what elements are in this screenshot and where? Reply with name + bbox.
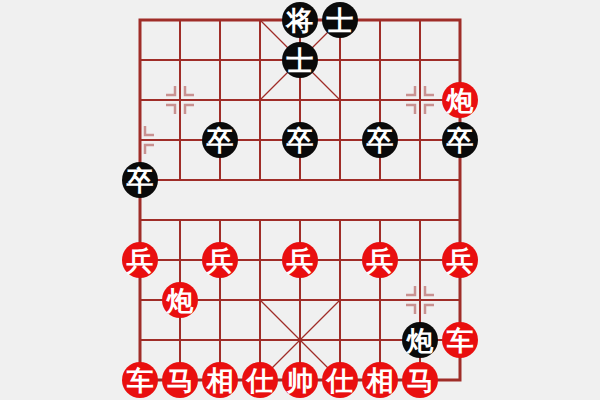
piece-red-elephant[interactable]: 相: [362, 362, 398, 398]
piece-black-advisor[interactable]: 士: [322, 2, 358, 38]
piece-black-pawn[interactable]: 卒: [442, 122, 478, 158]
xiangqi-board: 将士士卒卒卒卒卒炮炮兵兵兵兵兵炮车车马相仕帅仕相马: [0, 0, 600, 400]
piece-red-chariot[interactable]: 车: [442, 322, 478, 358]
piece-red-horse[interactable]: 马: [402, 362, 438, 398]
piece-red-pawn[interactable]: 兵: [122, 242, 158, 278]
piece-red-pawn[interactable]: 兵: [442, 242, 478, 278]
piece-red-advisor[interactable]: 仕: [322, 362, 358, 398]
piece-black-cannon[interactable]: 炮: [402, 322, 438, 358]
piece-black-pawn[interactable]: 卒: [122, 162, 158, 198]
piece-red-pawn[interactable]: 兵: [202, 242, 238, 278]
piece-red-cannon[interactable]: 炮: [162, 282, 198, 318]
piece-black-general[interactable]: 将: [282, 2, 318, 38]
piece-red-horse[interactable]: 马: [162, 362, 198, 398]
piece-black-advisor[interactable]: 士: [282, 42, 318, 78]
piece-red-pawn[interactable]: 兵: [362, 242, 398, 278]
piece-red-elephant[interactable]: 相: [202, 362, 238, 398]
piece-red-chariot[interactable]: 车: [122, 362, 158, 398]
piece-red-advisor[interactable]: 仕: [242, 362, 278, 398]
piece-black-pawn[interactable]: 卒: [362, 122, 398, 158]
piece-black-pawn[interactable]: 卒: [282, 122, 318, 158]
piece-red-general[interactable]: 帅: [282, 362, 318, 398]
board-grid: 将士士卒卒卒卒卒炮炮兵兵兵兵兵炮车车马相仕帅仕相马: [120, 0, 480, 400]
piece-red-cannon[interactable]: 炮: [442, 82, 478, 118]
piece-red-pawn[interactable]: 兵: [282, 242, 318, 278]
piece-black-pawn[interactable]: 卒: [202, 122, 238, 158]
